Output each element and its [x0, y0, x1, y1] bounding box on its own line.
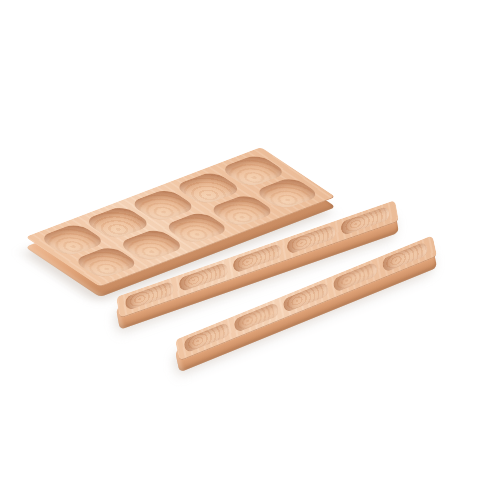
product-photo-scene	[0, 0, 500, 500]
